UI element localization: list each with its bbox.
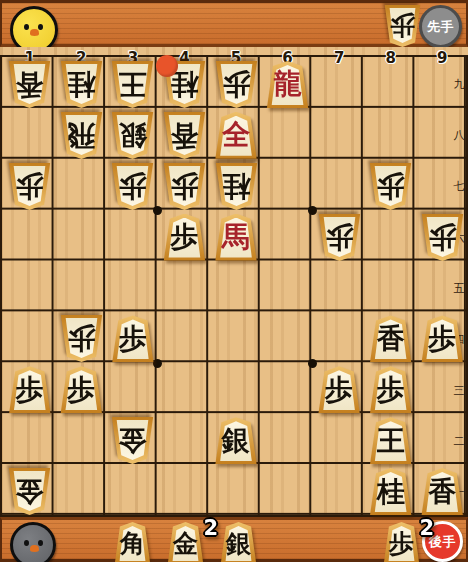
shogi-piece-馬[interactable]: 馬	[215, 214, 258, 261]
board-grid[interactable]: 123456789九八七六五四三二一香桂王桂歩龍飛銀香全歩歩歩桂歩歩馬歩歩歩歩香…	[0, 55, 468, 517]
rank-label: 三	[453, 383, 465, 398]
chick-beak-icon	[30, 29, 39, 36]
shogi-piece-香[interactable]: 香	[8, 61, 51, 108]
shogi-piece-銀[interactable]: 銀	[215, 417, 258, 464]
piece-kanji: 歩	[119, 325, 147, 353]
shogi-piece-歩[interactable]: 歩	[215, 61, 258, 108]
star-point	[153, 206, 162, 215]
star-point	[308, 206, 317, 215]
chick-eye-icon	[38, 540, 43, 546]
star-point	[153, 359, 162, 368]
shogi-piece-歩[interactable]: 歩	[421, 214, 464, 261]
shogi-piece-歩[interactable]: 歩	[8, 366, 51, 413]
last-move-marker	[156, 55, 178, 77]
piece-kanji: 歩	[325, 223, 353, 251]
shogi-piece-歩[interactable]: 歩	[60, 315, 103, 362]
star-point	[308, 359, 317, 368]
shogi-piece-歩[interactable]: 歩	[318, 214, 361, 261]
rank-label: 五	[453, 281, 465, 296]
bottom-player-bar: 角金2銀歩2 後手	[0, 517, 468, 562]
shogi-piece-香[interactable]: 香	[421, 468, 464, 515]
piece-kanji: 香	[377, 325, 405, 353]
piece-kanji: 歩	[170, 172, 198, 200]
rank-label: 八	[453, 128, 465, 143]
rank-label: 二	[453, 434, 465, 449]
piece-kanji: 歩	[16, 172, 44, 200]
shogi-piece-歩[interactable]: 歩	[163, 214, 206, 261]
chick-eye-icon	[24, 24, 29, 30]
piece-kanji: 桂	[222, 172, 250, 200]
piece-kanji: 飛	[67, 121, 95, 149]
piece-kanji: 龍	[274, 70, 302, 98]
shogi-app: 歩 先手 123456789九八七六五四三二一香桂王桂歩龍飛銀香全歩歩歩桂歩歩馬…	[0, 0, 468, 562]
piece-kanji: 桂	[67, 70, 95, 98]
rank-label: 七	[453, 179, 465, 194]
piece-kanji: 歩	[390, 14, 415, 39]
shogi-piece-歩[interactable]: 歩	[369, 163, 412, 210]
piece-kanji: 金	[173, 531, 198, 556]
piece-kanji: 歩	[389, 531, 414, 556]
file-label: 9	[437, 49, 447, 67]
shogi-piece-角[interactable]: 角	[114, 522, 151, 562]
shogi-piece-王[interactable]: 王	[111, 61, 154, 108]
piece-kanji: 角	[120, 531, 145, 556]
piece-kanji: 歩	[16, 376, 44, 404]
piece-kanji: 銀	[222, 427, 250, 455]
shogi-piece-香[interactable]: 香	[163, 112, 206, 159]
shogi-piece-歩[interactable]: 歩	[111, 163, 154, 210]
piece-kanji: 香	[170, 121, 198, 149]
shogi-piece-歩[interactable]: 歩	[384, 5, 421, 47]
shogi-piece-金[interactable]: 金2	[167, 522, 204, 562]
shogi-piece-歩[interactable]: 歩	[421, 315, 464, 362]
shogi-piece-歩[interactable]: 歩	[369, 366, 412, 413]
piece-kanji: 歩	[67, 325, 95, 353]
shogi-piece-歩[interactable]: 歩	[318, 366, 361, 413]
chick-eye-icon	[38, 24, 43, 30]
piece-kanji: 歩	[170, 223, 198, 251]
top-player-bar: 歩 先手	[0, 0, 468, 47]
piece-kanji: 銀	[119, 121, 147, 149]
shogi-piece-桂[interactable]: 桂	[369, 468, 412, 515]
piece-kanji: 王	[377, 427, 405, 455]
shogi-piece-香[interactable]: 香	[369, 315, 412, 362]
shogi-piece-歩[interactable]: 歩2	[383, 522, 420, 562]
shogi-piece-歩[interactable]: 歩	[163, 163, 206, 210]
piece-kanji: 全	[222, 121, 250, 149]
piece-kanji: 金	[16, 478, 44, 506]
shogi-piece-銀[interactable]: 銀	[111, 112, 154, 159]
shogi-piece-王[interactable]: 王	[369, 417, 412, 464]
shogi-piece-全[interactable]: 全	[215, 112, 258, 159]
piece-kanji: 歩	[325, 376, 353, 404]
piece-kanji: 銀	[226, 531, 251, 556]
chick-beak-icon	[30, 545, 39, 552]
gray-chick-avatar	[10, 522, 56, 562]
rank-label: 九	[453, 77, 465, 92]
piece-count-badge: 2	[203, 516, 218, 540]
piece-kanji: 歩	[428, 223, 456, 251]
shogi-piece-飛[interactable]: 飛	[60, 112, 103, 159]
shogi-piece-歩[interactable]: 歩	[60, 366, 103, 413]
piece-kanji: 歩	[67, 376, 95, 404]
piece-kanji: 金	[119, 427, 147, 455]
shogi-piece-龍[interactable]: 龍	[266, 61, 309, 108]
chick-eye-icon	[24, 540, 29, 546]
piece-kanji: 歩	[377, 172, 405, 200]
piece-kanji: 歩	[222, 70, 250, 98]
piece-kanji: 歩	[119, 172, 147, 200]
piece-kanji: 歩	[377, 376, 405, 404]
shogi-piece-金[interactable]: 金	[8, 468, 51, 515]
shogi-piece-金[interactable]: 金	[111, 417, 154, 464]
shogi-piece-歩[interactable]: 歩	[8, 163, 51, 210]
shogi-piece-桂[interactable]: 桂	[60, 61, 103, 108]
sente-badge: 先手	[419, 5, 462, 48]
piece-kanji: 王	[119, 70, 147, 98]
piece-kanji: 桂	[170, 70, 198, 98]
piece-kanji: 馬	[222, 223, 250, 251]
shogi-board: 123456789九八七六五四三二一香桂王桂歩龍飛銀香全歩歩歩桂歩歩馬歩歩歩歩香…	[0, 47, 468, 517]
shogi-piece-桂[interactable]: 桂	[215, 163, 258, 210]
piece-kanji: 桂	[377, 478, 405, 506]
piece-kanji: 歩	[428, 325, 456, 353]
piece-count-badge: 2	[419, 516, 434, 540]
file-label: 7	[334, 49, 344, 67]
shogi-piece-銀[interactable]: 銀	[220, 522, 257, 562]
piece-kanji: 香	[428, 478, 456, 506]
shogi-piece-歩[interactable]: 歩	[111, 315, 154, 362]
file-label: 8	[385, 49, 395, 67]
piece-kanji: 香	[16, 70, 44, 98]
